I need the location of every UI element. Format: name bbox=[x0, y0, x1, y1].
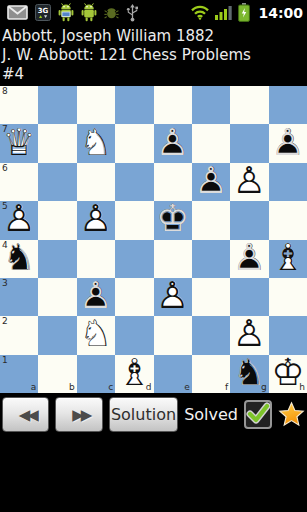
square-h2[interactable] bbox=[269, 316, 307, 354]
debug-icon bbox=[104, 6, 119, 19]
square-f5[interactable] bbox=[192, 201, 230, 239]
piece-black-knight: ♞♘ bbox=[0, 240, 38, 278]
piece-glyph-outline: ♙ bbox=[194, 162, 227, 199]
piece-black-pawn: ♟♙ bbox=[154, 124, 192, 162]
square-e4[interactable] bbox=[154, 240, 192, 278]
next-move-button[interactable]: ▶▶ bbox=[55, 397, 102, 432]
square-a3[interactable]: 3 bbox=[0, 278, 38, 316]
piece-white-pawn: ♟♙ bbox=[77, 201, 115, 239]
piece-black-king: ♚♔ bbox=[154, 201, 192, 239]
problem-author: Abbott, Joseph William 1882 bbox=[2, 27, 305, 46]
rank-label: 6 bbox=[2, 164, 8, 173]
square-d3[interactable] bbox=[115, 278, 153, 316]
square-g4[interactable]: ♟♙ bbox=[230, 240, 268, 278]
android-robot-icon bbox=[81, 3, 97, 22]
square-g2[interactable]: ♟♙ bbox=[230, 316, 268, 354]
piece-black-pawn: ♟♙ bbox=[269, 124, 307, 162]
square-g1[interactable]: g♞♘ bbox=[230, 355, 268, 393]
file-label: b bbox=[69, 383, 75, 392]
piece-glyph-outline: ♘ bbox=[3, 239, 36, 276]
piece-white-knight: ♞♘ bbox=[77, 316, 115, 354]
square-h3[interactable] bbox=[269, 278, 307, 316]
square-d1[interactable]: d♝♗ bbox=[115, 355, 153, 393]
piece-glyph-outline: ♘ bbox=[79, 124, 112, 161]
square-a2[interactable]: 2 bbox=[0, 316, 38, 354]
piece-white-bishop: ♝♗ bbox=[269, 240, 307, 278]
solved-label: Solved bbox=[184, 405, 238, 424]
signal-strength-icon bbox=[215, 5, 233, 20]
square-f1[interactable]: f bbox=[192, 355, 230, 393]
square-d8[interactable] bbox=[115, 86, 153, 124]
toolbar: ◀◀ ▶▶ Solution Solved bbox=[0, 393, 307, 432]
piece-white-bishop: ♝♗ bbox=[115, 355, 153, 393]
piece-glyph-outline: ♗ bbox=[271, 239, 304, 276]
piece-white-pawn: ♟♙ bbox=[0, 201, 38, 239]
square-f4[interactable] bbox=[192, 240, 230, 278]
square-c4[interactable] bbox=[77, 240, 115, 278]
piece-black-knight: ♞♘ bbox=[230, 355, 268, 393]
piece-glyph-outline: ♙ bbox=[233, 162, 266, 199]
piece-glyph-outline: ♙ bbox=[3, 200, 36, 237]
square-a7[interactable]: 7♛♕ bbox=[0, 124, 38, 162]
file-label: e bbox=[184, 383, 190, 392]
piece-white-queen: ♛♕ bbox=[0, 124, 38, 162]
piece-white-knight: ♞♘ bbox=[77, 124, 115, 162]
square-f3[interactable] bbox=[192, 278, 230, 316]
piece-glyph-outline: ♗ bbox=[118, 354, 151, 391]
piece-glyph-outline: ♙ bbox=[156, 277, 189, 314]
square-f6[interactable]: ♟♙ bbox=[192, 163, 230, 201]
square-g7[interactable] bbox=[230, 124, 268, 162]
mobile-data-3g-icon: 3G bbox=[35, 4, 51, 21]
square-a5[interactable]: 5♟♙ bbox=[0, 201, 38, 239]
status-bar: 3G 14:00 bbox=[0, 0, 307, 25]
square-c2[interactable]: ♞♘ bbox=[77, 316, 115, 354]
rank-label: 3 bbox=[2, 279, 8, 288]
battery-charging-icon bbox=[238, 3, 250, 22]
app-screen: 3G 14:00 bbox=[0, 0, 307, 512]
status-icons-right: 14:00 bbox=[190, 3, 303, 22]
rank-label: 2 bbox=[2, 317, 8, 326]
square-h5[interactable] bbox=[269, 201, 307, 239]
square-h7[interactable]: ♟♙ bbox=[269, 124, 307, 162]
square-b6[interactable] bbox=[38, 163, 76, 201]
problem-collection: J. W. Abbott: 121 Chess Problems bbox=[2, 46, 305, 65]
square-h8[interactable] bbox=[269, 86, 307, 124]
piece-white-pawn: ♟♙ bbox=[230, 316, 268, 354]
square-h1[interactable]: h♚♔ bbox=[269, 355, 307, 393]
square-b3[interactable] bbox=[38, 278, 76, 316]
square-f7[interactable] bbox=[192, 124, 230, 162]
previous-move-button[interactable]: ◀◀ bbox=[2, 397, 49, 432]
square-c3[interactable]: ♟♙ bbox=[77, 278, 115, 316]
piece-glyph-outline: ♙ bbox=[271, 124, 304, 161]
solution-button-label: Solution bbox=[111, 405, 176, 424]
piece-black-pawn: ♟♙ bbox=[77, 278, 115, 316]
problem-header: Abbott, Joseph William 1882 J. W. Abbott… bbox=[0, 25, 307, 86]
android-update-icon bbox=[58, 3, 74, 22]
piece-white-pawn: ♟♙ bbox=[230, 163, 268, 201]
square-b5[interactable] bbox=[38, 201, 76, 239]
square-g6[interactable]: ♟♙ bbox=[230, 163, 268, 201]
square-d6[interactable] bbox=[115, 163, 153, 201]
rank-label: 1 bbox=[2, 356, 8, 365]
piece-glyph-outline: ♙ bbox=[79, 277, 112, 314]
square-h6[interactable] bbox=[269, 163, 307, 201]
square-d2[interactable] bbox=[115, 316, 153, 354]
square-e1[interactable]: e bbox=[154, 355, 192, 393]
status-icons-left: 3G bbox=[7, 3, 139, 22]
usb-icon bbox=[126, 4, 139, 22]
square-e6[interactable] bbox=[154, 163, 192, 201]
file-label: c bbox=[108, 383, 113, 392]
square-c8[interactable] bbox=[77, 86, 115, 124]
square-h4[interactable]: ♝♗ bbox=[269, 240, 307, 278]
piece-glyph-outline: ♙ bbox=[156, 124, 189, 161]
piece-glyph-outline: ♔ bbox=[271, 354, 304, 391]
square-c6[interactable] bbox=[77, 163, 115, 201]
square-g8[interactable] bbox=[230, 86, 268, 124]
piece-black-pawn: ♟♙ bbox=[192, 163, 230, 201]
square-c1[interactable]: c bbox=[77, 355, 115, 393]
square-b1[interactable]: b bbox=[38, 355, 76, 393]
chess-board: 87♛♕♞♘♟♙♟♙6♟♙♟♙5♟♙♟♙♚♔4♞♘♟♙♝♗3♟♙♟♙2♞♘♟♙1… bbox=[0, 86, 307, 393]
square-e2[interactable] bbox=[154, 316, 192, 354]
rewind-icon: ◀◀ bbox=[16, 406, 36, 424]
square-e3[interactable]: ♟♙ bbox=[154, 278, 192, 316]
square-b8[interactable] bbox=[38, 86, 76, 124]
file-label: a bbox=[31, 383, 37, 392]
piece-glyph-outline: ♘ bbox=[233, 354, 266, 391]
square-d7[interactable] bbox=[115, 124, 153, 162]
square-g5[interactable] bbox=[230, 201, 268, 239]
square-d5[interactable] bbox=[115, 201, 153, 239]
piece-black-pawn: ♟♙ bbox=[230, 240, 268, 278]
piece-glyph-outline: ♙ bbox=[79, 200, 112, 237]
solution-button[interactable]: Solution bbox=[109, 397, 178, 432]
square-e5[interactable]: ♚♔ bbox=[154, 201, 192, 239]
piece-white-pawn: ♟♙ bbox=[154, 278, 192, 316]
rank-label: 8 bbox=[2, 87, 8, 96]
square-a8[interactable]: 8 bbox=[0, 86, 38, 124]
square-c5[interactable]: ♟♙ bbox=[77, 201, 115, 239]
square-b7[interactable] bbox=[38, 124, 76, 162]
piece-glyph-outline: ♔ bbox=[156, 200, 189, 237]
square-a6[interactable]: 6 bbox=[0, 163, 38, 201]
piece-glyph-outline: ♕ bbox=[3, 124, 36, 161]
square-d4[interactable] bbox=[115, 240, 153, 278]
piece-glyph-outline: ♙ bbox=[233, 239, 266, 276]
favorite-star-icon[interactable] bbox=[278, 401, 305, 428]
square-b2[interactable] bbox=[38, 316, 76, 354]
square-e8[interactable] bbox=[154, 86, 192, 124]
checkmark-icon bbox=[246, 401, 270, 429]
problem-number: #4 bbox=[2, 65, 305, 84]
piece-white-king: ♚♔ bbox=[269, 355, 307, 393]
square-a1[interactable]: 1a bbox=[0, 355, 38, 393]
piece-glyph-outline: ♘ bbox=[79, 315, 112, 352]
gmail-icon bbox=[7, 5, 28, 20]
square-g3[interactable] bbox=[230, 278, 268, 316]
solved-checkbox[interactable] bbox=[244, 400, 272, 429]
square-f8[interactable] bbox=[192, 86, 230, 124]
file-label: f bbox=[225, 383, 228, 392]
square-b4[interactable] bbox=[38, 240, 76, 278]
svg-text:3G: 3G bbox=[38, 7, 49, 15]
square-e7[interactable]: ♟♙ bbox=[154, 124, 192, 162]
fast-forward-icon: ▶▶ bbox=[69, 406, 89, 424]
piece-glyph-outline: ♙ bbox=[233, 315, 266, 352]
square-f2[interactable] bbox=[192, 316, 230, 354]
wifi-icon bbox=[190, 5, 210, 20]
clock-time: 14:00 bbox=[258, 5, 303, 21]
square-a4[interactable]: 4♞♘ bbox=[0, 240, 38, 278]
square-c7[interactable]: ♞♘ bbox=[77, 124, 115, 162]
